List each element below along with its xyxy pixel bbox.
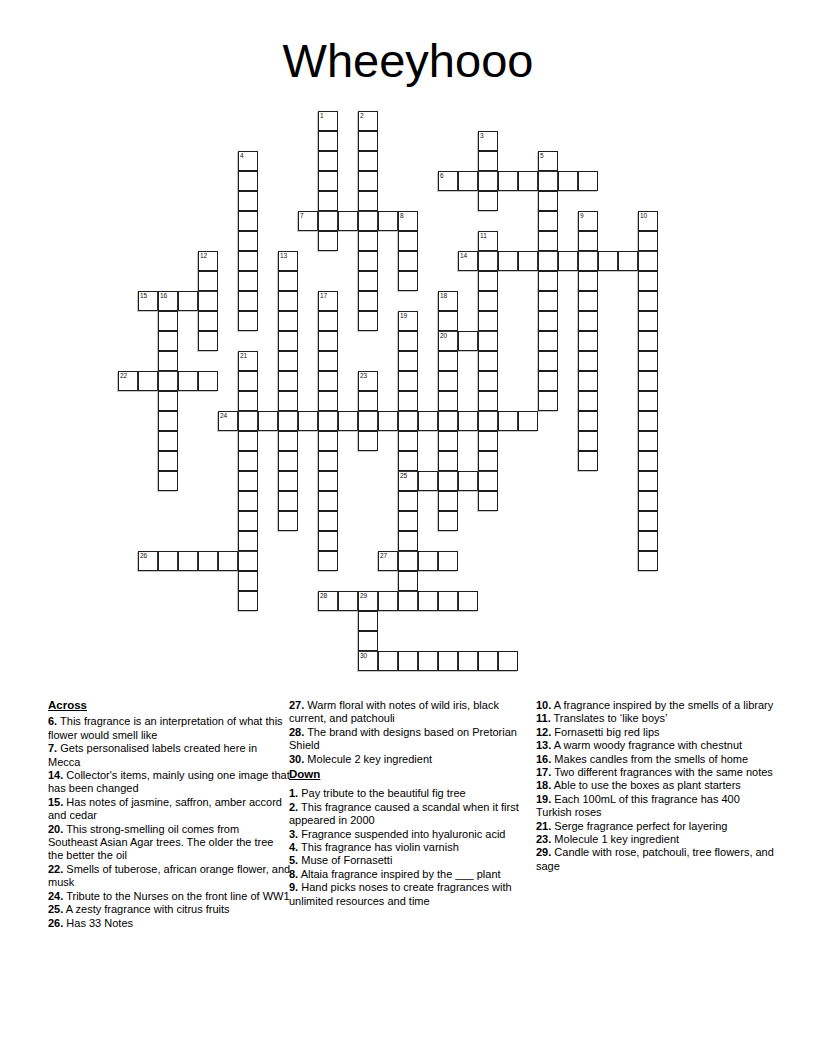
grid-cell-r14-c14[interactable] [398, 391, 418, 411]
grid-cell-r15-c23[interactable] [578, 411, 598, 431]
grid-cell-r15-c15[interactable] [418, 411, 438, 431]
grid-cell-r11-c4[interactable] [198, 331, 218, 351]
grid-cell-r12-c2[interactable] [158, 351, 178, 371]
grid-cell-r10-c6[interactable] [238, 311, 258, 331]
puzzle-title: Wheeyhooo [0, 33, 816, 88]
cell-number: 17 [320, 292, 327, 299]
grid-cell-r13-c12[interactable]: 23 [358, 371, 378, 391]
grid-cell-r22-c10[interactable] [318, 551, 338, 571]
grid-cell-r15-c16[interactable] [438, 411, 458, 431]
grid-cell-r3-c21[interactable] [538, 171, 558, 191]
grid-cell-r12-c21[interactable] [538, 351, 558, 371]
grid-cell-r14-c23[interactable] [578, 391, 598, 411]
grid-cell-r17-c26[interactable] [638, 451, 658, 471]
grid-cell-r18-c6[interactable] [238, 471, 258, 491]
grid-cell-r3-c22[interactable] [558, 171, 578, 191]
grid-cell-r24-c14[interactable] [398, 591, 418, 611]
grid-cell-r7-c24[interactable] [598, 251, 618, 271]
grid-cell-r8-c23[interactable] [578, 271, 598, 291]
grid-cell-r9-c16[interactable]: 18 [438, 291, 458, 311]
grid-cell-r24-c13[interactable] [378, 591, 398, 611]
grid-cell-r14-c16[interactable] [438, 391, 458, 411]
cell-number: 2 [360, 112, 364, 119]
grid-cell-r22-c3[interactable] [178, 551, 198, 571]
grid-cell-r15-c2[interactable] [158, 411, 178, 431]
grid-cell-r27-c15[interactable] [418, 651, 438, 671]
grid-cell-r15-c5[interactable]: 24 [218, 411, 238, 431]
grid-cell-r8-c14[interactable] [398, 271, 418, 291]
grid-cell-r16-c12[interactable] [358, 431, 378, 451]
clue-number: 24. [48, 890, 63, 902]
grid-cell-r11-c17[interactable] [458, 331, 478, 351]
grid-cell-r10-c26[interactable] [638, 311, 658, 331]
grid-cell-r22-c13[interactable]: 27 [378, 551, 398, 571]
grid-cell-r16-c10[interactable] [318, 431, 338, 451]
grid-cell-r11-c10[interactable] [318, 331, 338, 351]
grid-cell-r9-c21[interactable] [538, 291, 558, 311]
grid-cell-r22-c26[interactable] [638, 551, 658, 571]
grid-cell-r19-c6[interactable] [238, 491, 258, 511]
grid-cell-r16-c14[interactable] [398, 431, 418, 451]
clue-17-down: 17. Two different fragrances with the sa… [536, 766, 778, 779]
clue-number: 28. [289, 726, 304, 738]
grid-cell-r13-c3[interactable] [178, 371, 198, 391]
grid-cell-r9-c3[interactable] [178, 291, 198, 311]
grid-cell-r17-c14[interactable] [398, 451, 418, 471]
grid-cell-r7-c6[interactable] [238, 251, 258, 271]
grid-cell-r24-c16[interactable] [438, 591, 458, 611]
grid-cell-r15-c26[interactable] [638, 411, 658, 431]
grid-cell-r13-c8[interactable] [278, 371, 298, 391]
grid-cell-r13-c23[interactable] [578, 371, 598, 391]
grid-cell-r10-c21[interactable] [538, 311, 558, 331]
grid-cell-r14-c26[interactable] [638, 391, 658, 411]
clue-column-1: Across6. This fragrance is an interpreta… [48, 699, 291, 930]
clue-14-across: 14. Collector's items, mainly using one … [48, 769, 291, 796]
grid-cell-r14-c18[interactable] [478, 391, 498, 411]
grid-cell-r18-c8[interactable] [278, 471, 298, 491]
clue-number: 30. [289, 753, 304, 765]
grid-cell-r11-c21[interactable] [538, 331, 558, 351]
grid-cell-r18-c16[interactable] [438, 471, 458, 491]
grid-cell-r10-c8[interactable] [278, 311, 298, 331]
grid-cell-r5-c21[interactable] [538, 211, 558, 231]
cell-number: 21 [240, 352, 247, 359]
clue-number: 10. [536, 699, 551, 711]
clue-19-down: 19. Each 100mL of this fragrance has 400… [536, 793, 778, 820]
grid-cell-r7-c17[interactable]: 14 [458, 251, 478, 271]
grid-cell-r16-c2[interactable] [158, 431, 178, 451]
clue-23-down: 23. Molecule 1 key ingredient [536, 833, 778, 846]
grid-cell-r20-c16[interactable] [438, 511, 458, 531]
grid-cell-r15-c9[interactable] [298, 411, 318, 431]
grid-cell-r13-c26[interactable] [638, 371, 658, 391]
crossword-page: { "title": "Wheeyhooo", "game": "crosswo… [0, 0, 816, 1056]
grid-cell-r27-c14[interactable] [398, 651, 418, 671]
grid-cell-r18-c18[interactable] [478, 471, 498, 491]
grid-cell-r7-c26[interactable] [638, 251, 658, 271]
grid-cell-r3-c6[interactable] [238, 171, 258, 191]
clue-7-across: 7. Gets personalised labels created here… [48, 742, 291, 769]
grid-cell-r8-c6[interactable] [238, 271, 258, 291]
grid-cell-r22-c15[interactable] [418, 551, 438, 571]
grid-cell-r2-c21[interactable]: 5 [538, 151, 558, 171]
grid-cell-r2-c6[interactable]: 4 [238, 151, 258, 171]
clue-13-down: 13. A warm woody fragrance with chestnut [536, 739, 778, 752]
grid-cell-r5-c9[interactable]: 7 [298, 211, 318, 231]
grid-cell-r22-c14[interactable] [398, 551, 418, 571]
grid-cell-r7-c22[interactable] [558, 251, 578, 271]
grid-cell-r17-c16[interactable] [438, 451, 458, 471]
grid-cell-r13-c14[interactable] [398, 371, 418, 391]
grid-cell-r7-c21[interactable] [538, 251, 558, 271]
cell-number: 22 [120, 372, 127, 379]
grid-cell-r24-c12[interactable]: 29 [358, 591, 378, 611]
grid-cell-r9-c6[interactable] [238, 291, 258, 311]
grid-cell-r9-c1[interactable]: 15 [138, 291, 158, 311]
grid-cell-r19-c8[interactable] [278, 491, 298, 511]
grid-cell-r5-c10[interactable] [318, 211, 338, 231]
clue-11-down: 11. Translates to ‘like boys’ [536, 712, 778, 725]
clue-number: 4. [289, 841, 298, 853]
grid-cell-r15-c7[interactable] [258, 411, 278, 431]
grid-cell-r0-c12[interactable]: 2 [358, 111, 378, 131]
grid-cell-r26-c12[interactable] [358, 631, 378, 651]
grid-cell-r27-c17[interactable] [458, 651, 478, 671]
grid-cell-r10-c4[interactable] [198, 311, 218, 331]
grid-cell-r13-c2[interactable] [158, 371, 178, 391]
grid-cell-r11-c16[interactable]: 20 [438, 331, 458, 351]
grid-cell-r18-c14[interactable]: 25 [398, 471, 418, 491]
grid-cell-r6-c12[interactable] [358, 231, 378, 251]
grid-cell-r15-c8[interactable] [278, 411, 298, 431]
grid-cell-r10-c23[interactable] [578, 311, 598, 331]
grid-cell-r19-c16[interactable] [438, 491, 458, 511]
grid-cell-r19-c10[interactable] [318, 491, 338, 511]
clue-30-across: 30. Molecule 2 key ingredient [289, 753, 529, 766]
clue-number: 7. [48, 742, 57, 754]
grid-cell-r19-c18[interactable] [478, 491, 498, 511]
grid-cell-r24-c11[interactable] [338, 591, 358, 611]
grid-cell-r4-c6[interactable] [238, 191, 258, 211]
grid-cell-r3-c17[interactable] [458, 171, 478, 191]
grid-cell-r9-c12[interactable] [358, 291, 378, 311]
grid-cell-r12-c14[interactable] [398, 351, 418, 371]
grid-cell-r12-c26[interactable] [638, 351, 658, 371]
cell-number: 16 [160, 292, 167, 299]
grid-cell-r1-c12[interactable] [358, 131, 378, 151]
grid-cell-r3-c10[interactable] [318, 171, 338, 191]
grid-cell-r5-c13[interactable] [378, 211, 398, 231]
clue-1-down: 1. Pay tribute to the beautiful fig tree [289, 787, 529, 800]
grid-cell-r27-c19[interactable] [498, 651, 518, 671]
grid-cell-r21-c6[interactable] [238, 531, 258, 551]
grid-cell-r6-c26[interactable] [638, 231, 658, 251]
grid-cell-r11-c23[interactable] [578, 331, 598, 351]
grid-cell-r3-c23[interactable] [578, 171, 598, 191]
cell-number: 28 [320, 592, 327, 599]
grid-cell-r17-c10[interactable] [318, 451, 338, 471]
grid-cell-r10-c2[interactable] [158, 311, 178, 331]
grid-cell-r8-c8[interactable] [278, 271, 298, 291]
grid-cell-r24-c6[interactable] [238, 591, 258, 611]
grid-cell-r14-c12[interactable] [358, 391, 378, 411]
grid-cell-r16-c18[interactable] [478, 431, 498, 451]
cell-number: 27 [380, 552, 387, 559]
grid-cell-r18-c15[interactable] [418, 471, 438, 491]
grid-cell-r9-c18[interactable] [478, 291, 498, 311]
grid-cell-r11-c8[interactable] [278, 331, 298, 351]
grid-cell-r6-c14[interactable] [398, 231, 418, 251]
grid-cell-r1-c10[interactable] [318, 131, 338, 151]
grid-cell-r8-c21[interactable] [538, 271, 558, 291]
grid-cell-r13-c16[interactable] [438, 371, 458, 391]
grid-cell-r17-c6[interactable] [238, 451, 258, 471]
grid-cell-r7-c14[interactable] [398, 251, 418, 271]
grid-cell-r9-c4[interactable] [198, 291, 218, 311]
grid-cell-r9-c2[interactable]: 16 [158, 291, 178, 311]
grid-cell-r22-c1[interactable]: 26 [138, 551, 158, 571]
grid-cell-r10-c14[interactable]: 19 [398, 311, 418, 331]
grid-cell-r11-c26[interactable] [638, 331, 658, 351]
grid-cell-r24-c15[interactable] [418, 591, 438, 611]
grid-cell-r7-c23[interactable] [578, 251, 598, 271]
grid-cell-r27-c16[interactable] [438, 651, 458, 671]
grid-cell-r27-c13[interactable] [378, 651, 398, 671]
grid-cell-r9-c23[interactable] [578, 291, 598, 311]
grid-cell-r15-c13[interactable] [378, 411, 398, 431]
cell-number: 19 [400, 312, 407, 319]
grid-cell-r13-c1[interactable] [138, 371, 158, 391]
grid-cell-r22-c6[interactable] [238, 551, 258, 571]
grid-cell-r16-c8[interactable] [278, 431, 298, 451]
grid-cell-r4-c21[interactable] [538, 191, 558, 211]
grid-cell-r13-c21[interactable] [538, 371, 558, 391]
clue-number: 22. [48, 863, 63, 875]
grid-cell-r3-c16[interactable]: 6 [438, 171, 458, 191]
clue-number: 21. [536, 820, 551, 832]
clue-number: 8. [289, 868, 298, 880]
grid-cell-r19-c14[interactable] [398, 491, 418, 511]
grid-cell-r22-c4[interactable] [198, 551, 218, 571]
clue-22-across: 22. Smells of tuberose, african orange f… [48, 863, 291, 890]
grid-cell-r18-c17[interactable] [458, 471, 478, 491]
grid-cell-r20-c6[interactable] [238, 511, 258, 531]
grid-cell-r20-c8[interactable] [278, 511, 298, 531]
grid-cell-r14-c10[interactable] [318, 391, 338, 411]
clue-9-down: 9. Hand picks noses to create fragrances… [289, 881, 529, 908]
grid-cell-r7-c12[interactable] [358, 251, 378, 271]
cell-number: 3 [480, 132, 484, 139]
grid-cell-r10-c10[interactable] [318, 311, 338, 331]
grid-cell-r10-c12[interactable] [358, 311, 378, 331]
grid-cell-r5-c23[interactable]: 9 [578, 211, 598, 231]
clue-4-down: 4. This fragrance has violin varnish [289, 841, 529, 854]
grid-cell-r20-c14[interactable] [398, 511, 418, 531]
grid-cell-r22-c5[interactable] [218, 551, 238, 571]
grid-cell-r25-c12[interactable] [358, 611, 378, 631]
clue-number: 19. [536, 793, 551, 805]
grid-cell-r14-c2[interactable] [158, 391, 178, 411]
grid-cell-r16-c6[interactable] [238, 431, 258, 451]
grid-cell-r4-c12[interactable] [358, 191, 378, 211]
clue-number: 5. [289, 854, 298, 866]
grid-cell-r18-c2[interactable] [158, 471, 178, 491]
grid-cell-r6-c10[interactable] [318, 231, 338, 251]
grid-cell-r6-c6[interactable] [238, 231, 258, 251]
grid-cell-r13-c4[interactable] [198, 371, 218, 391]
grid-cell-r15-c11[interactable] [338, 411, 358, 431]
grid-cell-r11-c2[interactable] [158, 331, 178, 351]
grid-cell-r17-c23[interactable] [578, 451, 598, 471]
grid-cell-r18-c10[interactable] [318, 471, 338, 491]
grid-cell-r20-c26[interactable] [638, 511, 658, 531]
grid-cell-r5-c12[interactable] [358, 211, 378, 231]
grid-cell-r4-c18[interactable] [478, 191, 498, 211]
grid-cell-r13-c6[interactable] [238, 371, 258, 391]
grid-cell-r22-c2[interactable] [158, 551, 178, 571]
grid-cell-r19-c26[interactable] [638, 491, 658, 511]
cell-number: 15 [140, 292, 147, 299]
clue-12-down: 12. Fornasetti big red lips [536, 726, 778, 739]
grid-cell-r21-c10[interactable] [318, 531, 338, 551]
grid-cell-r9-c8[interactable] [278, 291, 298, 311]
grid-cell-r6-c23[interactable] [578, 231, 598, 251]
grid-cell-r12-c23[interactable] [578, 351, 598, 371]
grid-cell-r10-c16[interactable] [438, 311, 458, 331]
cell-number: 8 [400, 212, 404, 219]
grid-cell-r8-c12[interactable] [358, 271, 378, 291]
grid-cell-r14-c8[interactable] [278, 391, 298, 411]
grid-cell-r15-c12[interactable] [358, 411, 378, 431]
grid-cell-r13-c10[interactable] [318, 371, 338, 391]
grid-cell-r3-c18[interactable] [478, 171, 498, 191]
grid-cell-r5-c26[interactable]: 10 [638, 211, 658, 231]
grid-cell-r1-c18[interactable]: 3 [478, 131, 498, 151]
grid-cell-r10-c18[interactable] [478, 311, 498, 331]
clue-number: 29. [536, 846, 551, 858]
grid-cell-r11-c18[interactable] [478, 331, 498, 351]
grid-cell-r16-c16[interactable] [438, 431, 458, 451]
clue-number: 3. [289, 828, 298, 840]
grid-cell-r13-c0[interactable]: 22 [118, 371, 138, 391]
clue-20-across: 20. This strong-smelling oil comes from … [48, 823, 291, 863]
grid-cell-r17-c2[interactable] [158, 451, 178, 471]
clue-24-across: 24. Tribute to the Nurses on the front l… [48, 890, 291, 903]
grid-cell-r14-c21[interactable] [538, 391, 558, 411]
grid-cell-r15-c19[interactable] [498, 411, 518, 431]
grid-cell-r15-c20[interactable] [518, 411, 538, 431]
grid-cell-r11-c14[interactable] [398, 331, 418, 351]
grid-cell-r2-c18[interactable] [478, 151, 498, 171]
grid-cell-r16-c23[interactable] [578, 431, 598, 451]
grid-cell-r7-c8[interactable]: 13 [278, 251, 298, 271]
across-heading: Across [48, 699, 291, 712]
clue-2-down: 2. This fragrance caused a scandal when … [289, 801, 529, 828]
grid-cell-r2-c10[interactable] [318, 151, 338, 171]
grid-cell-r17-c8[interactable] [278, 451, 298, 471]
clue-15-across: 15. Has notes of jasmine, saffron, amber… [48, 796, 291, 823]
grid-cell-r24-c17[interactable] [458, 591, 478, 611]
grid-cell-r12-c18[interactable] [478, 351, 498, 371]
grid-cell-r8-c18[interactable] [478, 271, 498, 291]
grid-cell-r12-c8[interactable] [278, 351, 298, 371]
grid-cell-r0-c10[interactable]: 1 [318, 111, 338, 131]
clue-10-down: 10. A fragrance inspired by the smells o… [536, 699, 778, 712]
grid-cell-r8-c26[interactable] [638, 271, 658, 291]
grid-cell-r3-c20[interactable] [518, 171, 538, 191]
grid-cell-r7-c19[interactable] [498, 251, 518, 271]
grid-cell-r7-c18[interactable] [478, 251, 498, 271]
grid-cell-r21-c14[interactable] [398, 531, 418, 551]
grid-cell-r15-c17[interactable] [458, 411, 478, 431]
grid-cell-r23-c14[interactable] [398, 571, 418, 591]
grid-cell-r18-c26[interactable] [638, 471, 658, 491]
grid-cell-r6-c21[interactable] [538, 231, 558, 251]
cell-number: 30 [360, 652, 367, 659]
grid-cell-r8-c4[interactable] [198, 271, 218, 291]
cell-number: 12 [200, 252, 207, 259]
clue-number: 1. [289, 787, 298, 799]
grid-cell-r24-c10[interactable]: 28 [318, 591, 338, 611]
cell-number: 9 [580, 212, 584, 219]
grid-cell-r5-c6[interactable] [238, 211, 258, 231]
grid-cell-r15-c6[interactable] [238, 411, 258, 431]
grid-cell-r16-c26[interactable] [638, 431, 658, 451]
grid-cell-r14-c6[interactable] [238, 391, 258, 411]
clue-25-across: 25. A zesty fragrance with citrus fruits [48, 903, 291, 916]
grid-cell-r15-c10[interactable] [318, 411, 338, 431]
grid-cell-r6-c18[interactable]: 11 [478, 231, 498, 251]
grid-cell-r7-c25[interactable] [618, 251, 638, 271]
grid-cell-r13-c18[interactable] [478, 371, 498, 391]
grid-cell-r4-c10[interactable] [318, 191, 338, 211]
grid-cell-r5-c14[interactable]: 8 [398, 211, 418, 231]
clue-number: 13. [536, 739, 551, 751]
clue-column-3: 10. A fragrance inspired by the smells o… [536, 699, 778, 873]
grid-cell-r9-c10[interactable]: 17 [318, 291, 338, 311]
grid-cell-r2-c12[interactable] [358, 151, 378, 171]
grid-cell-r20-c10[interactable] [318, 511, 338, 531]
grid-cell-r15-c14[interactable] [398, 411, 418, 431]
grid-cell-r27-c18[interactable] [478, 651, 498, 671]
clue-column-2: 27. Warm floral with notes of wild iris,… [289, 699, 529, 908]
grid-cell-r7-c4[interactable]: 12 [198, 251, 218, 271]
cell-number: 7 [300, 212, 304, 219]
grid-cell-r22-c16[interactable] [438, 551, 458, 571]
cell-number: 11 [480, 232, 487, 239]
clue-number: 12. [536, 726, 551, 738]
grid-cell-r9-c26[interactable] [638, 291, 658, 311]
grid-cell-r21-c26[interactable] [638, 531, 658, 551]
grid-cell-r27-c12[interactable]: 30 [358, 651, 378, 671]
clue-21-down: 21. Serge fragrance perfect for layering [536, 820, 778, 833]
grid-cell-r5-c11[interactable] [338, 211, 358, 231]
grid-cell-r17-c18[interactable] [478, 451, 498, 471]
grid-cell-r12-c16[interactable] [438, 351, 458, 371]
cell-number: 13 [280, 252, 287, 259]
grid-cell-r3-c19[interactable] [498, 171, 518, 191]
grid-cell-r12-c10[interactable] [318, 351, 338, 371]
grid-cell-r7-c20[interactable] [518, 251, 538, 271]
grid-cell-r23-c6[interactable] [238, 571, 258, 591]
cell-number: 1 [320, 112, 324, 119]
grid-cell-r12-c6[interactable]: 21 [238, 351, 258, 371]
clue-26-across: 26. Has 33 Notes [48, 917, 291, 930]
grid-cell-r15-c18[interactable] [478, 411, 498, 431]
grid-cell-r3-c12[interactable] [358, 171, 378, 191]
clue-27-across: 27. Warm floral with notes of wild iris,… [289, 699, 529, 726]
